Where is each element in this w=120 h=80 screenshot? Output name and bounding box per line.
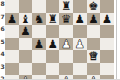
square-a4[interactable] bbox=[5, 50, 19, 63]
square-b4[interactable] bbox=[19, 50, 33, 63]
chess-board: ♜♚♟♝♞♜♛♟♟♟♟♟♟♟♟♛♟♟♟ bbox=[5, 0, 114, 80]
square-c8[interactable] bbox=[32, 0, 46, 13]
black-rook-e8[interactable]: ♜ bbox=[61, 0, 71, 13]
rank-label-gutter: 87654321 bbox=[0, 0, 5, 80]
square-c6[interactable] bbox=[32, 25, 46, 38]
black-pawn-b6[interactable]: ♟ bbox=[20, 25, 30, 38]
square-c4[interactable] bbox=[32, 50, 46, 63]
rank-label-3: 3 bbox=[0, 63, 5, 76]
chess-board-widget: 87654321 ♜♚♟♝♞♜♛♟♟♟♟♟♟♟♟♛♟♟♟ bbox=[0, 0, 120, 80]
square-c3[interactable] bbox=[32, 63, 46, 76]
square-f4[interactable] bbox=[73, 50, 87, 63]
white-pawn-e5[interactable]: ♟ bbox=[61, 38, 71, 51]
black-pawn-h7[interactable]: ♟ bbox=[102, 13, 112, 26]
square-d8[interactable] bbox=[46, 0, 60, 13]
square-f5[interactable]: ♟ bbox=[73, 38, 87, 51]
white-queen-g4[interactable]: ♛ bbox=[88, 50, 98, 63]
square-h5[interactable] bbox=[100, 38, 114, 51]
square-h3[interactable] bbox=[100, 63, 114, 76]
square-b6[interactable]: ♟ bbox=[19, 25, 33, 38]
square-d3[interactable] bbox=[46, 63, 60, 76]
black-pawn-f7[interactable]: ♟ bbox=[75, 13, 85, 26]
square-h7[interactable]: ♟ bbox=[100, 13, 114, 26]
square-a7[interactable]: ♟ bbox=[5, 13, 19, 26]
square-e5[interactable]: ♟ bbox=[59, 38, 73, 51]
rank-label-5: 5 bbox=[0, 38, 5, 51]
square-e6[interactable] bbox=[59, 25, 73, 38]
black-rook-d7[interactable]: ♜ bbox=[47, 13, 57, 26]
square-d5[interactable]: ♟ bbox=[46, 38, 60, 51]
square-g6[interactable] bbox=[87, 25, 101, 38]
square-f6[interactable] bbox=[73, 25, 87, 38]
square-f7[interactable]: ♟ bbox=[73, 13, 87, 26]
black-pawn-d5[interactable]: ♟ bbox=[47, 38, 57, 51]
square-h4[interactable] bbox=[100, 50, 114, 63]
square-b5[interactable] bbox=[19, 38, 33, 51]
square-a5[interactable] bbox=[5, 38, 19, 51]
rank-label-8: 8 bbox=[0, 0, 5, 13]
black-pawn-a7[interactable]: ♟ bbox=[7, 13, 17, 26]
square-d6[interactable] bbox=[46, 25, 60, 38]
square-h6[interactable] bbox=[100, 25, 114, 38]
black-king-g8[interactable]: ♚ bbox=[88, 0, 98, 13]
square-a6[interactable] bbox=[5, 25, 19, 38]
black-pawn-g7[interactable]: ♟ bbox=[88, 13, 98, 26]
square-d7[interactable]: ♜ bbox=[46, 13, 60, 26]
square-c7[interactable]: ♞ bbox=[32, 13, 46, 26]
square-g4[interactable]: ♛ bbox=[87, 50, 101, 63]
rank-label-7: 7 bbox=[0, 13, 5, 26]
square-e4[interactable] bbox=[59, 50, 73, 63]
square-a3[interactable] bbox=[5, 63, 19, 76]
square-e8[interactable]: ♜ bbox=[59, 0, 73, 13]
square-a8[interactable] bbox=[5, 0, 19, 13]
rank-label-4: 4 bbox=[0, 50, 5, 63]
square-g7[interactable]: ♟ bbox=[87, 13, 101, 26]
rank-label-6: 6 bbox=[0, 25, 5, 38]
black-pawn-c5[interactable]: ♟ bbox=[34, 38, 44, 51]
square-f8[interactable] bbox=[73, 0, 87, 13]
board-frame-right-border bbox=[116, 0, 117, 80]
square-b8[interactable] bbox=[19, 0, 33, 13]
board-frame-bottom-border bbox=[0, 79, 120, 80]
square-g8[interactable]: ♚ bbox=[87, 0, 101, 13]
black-knight-c7[interactable]: ♞ bbox=[34, 13, 44, 26]
square-h8[interactable] bbox=[100, 0, 114, 13]
black-queen-e7[interactable]: ♛ bbox=[61, 13, 71, 26]
square-f3[interactable] bbox=[73, 63, 87, 76]
square-c5[interactable]: ♟ bbox=[32, 38, 46, 51]
square-e7[interactable]: ♛ bbox=[59, 13, 73, 26]
square-d4[interactable] bbox=[46, 50, 60, 63]
white-pawn-f5[interactable]: ♟ bbox=[75, 38, 85, 51]
